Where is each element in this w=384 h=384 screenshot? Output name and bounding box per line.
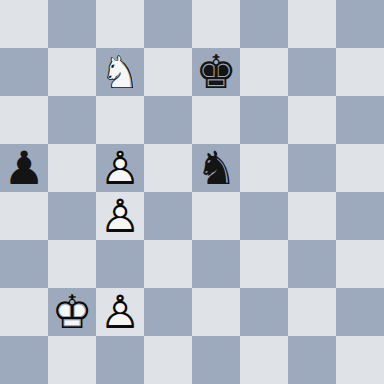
square-c7[interactable]: ♞♘ [96,48,144,96]
square-f5[interactable] [240,144,288,192]
square-e1[interactable] [192,336,240,384]
white-knight-icon: ♘ [96,48,144,96]
square-f4[interactable] [240,192,288,240]
square-f7[interactable] [240,48,288,96]
square-g6[interactable] [288,96,336,144]
square-d7[interactable] [144,48,192,96]
square-c2[interactable]: ♟♙ [96,288,144,336]
square-c3[interactable] [96,240,144,288]
white-pawn-icon: ♙ [96,192,144,240]
square-d3[interactable] [144,240,192,288]
square-a1[interactable] [0,336,48,384]
square-b6[interactable] [48,96,96,144]
square-f2[interactable] [240,288,288,336]
square-h5[interactable] [336,144,384,192]
square-b1[interactable] [48,336,96,384]
square-b3[interactable] [48,240,96,288]
white-knight-piece[interactable]: ♞♘ [96,48,144,96]
square-g8[interactable] [288,0,336,48]
square-g4[interactable] [288,192,336,240]
square-c6[interactable] [96,96,144,144]
square-b2[interactable]: ♚♔ [48,288,96,336]
square-d8[interactable] [144,0,192,48]
square-c1[interactable] [96,336,144,384]
square-e2[interactable] [192,288,240,336]
square-c5[interactable]: ♟♙ [96,144,144,192]
square-d1[interactable] [144,336,192,384]
square-h1[interactable] [336,336,384,384]
square-h2[interactable] [336,288,384,336]
black-pawn-piece[interactable]: ♟ [0,144,48,192]
square-a3[interactable] [0,240,48,288]
chess-board: ♞♘♚♟♟♙♞♟♙♚♔♟♙ [0,0,384,384]
square-b4[interactable] [48,192,96,240]
square-a8[interactable] [0,0,48,48]
square-d4[interactable] [144,192,192,240]
white-pawn-piece[interactable]: ♟♙ [96,288,144,336]
square-a4[interactable] [0,192,48,240]
square-b5[interactable] [48,144,96,192]
square-e3[interactable] [192,240,240,288]
white-king-piece[interactable]: ♚♔ [48,288,96,336]
square-a6[interactable] [0,96,48,144]
square-g2[interactable] [288,288,336,336]
square-f6[interactable] [240,96,288,144]
white-pawn-piece[interactable]: ♟♙ [96,192,144,240]
square-a7[interactable] [0,48,48,96]
black-king-icon: ♚ [192,48,240,96]
square-h6[interactable] [336,96,384,144]
square-d2[interactable] [144,288,192,336]
square-g3[interactable] [288,240,336,288]
white-king-icon: ♔ [48,288,96,336]
black-knight-piece[interactable]: ♞ [192,144,240,192]
black-pawn-icon: ♟ [0,144,48,192]
black-king-piece[interactable]: ♚ [192,48,240,96]
square-g1[interactable] [288,336,336,384]
square-a5[interactable]: ♟ [0,144,48,192]
square-d5[interactable] [144,144,192,192]
square-f8[interactable] [240,0,288,48]
white-pawn-icon: ♙ [96,144,144,192]
white-pawn-icon: ♙ [96,288,144,336]
square-c8[interactable] [96,0,144,48]
square-e6[interactable] [192,96,240,144]
white-pawn-piece[interactable]: ♟♙ [96,144,144,192]
square-e8[interactable] [192,0,240,48]
square-g5[interactable] [288,144,336,192]
square-h4[interactable] [336,192,384,240]
square-h7[interactable] [336,48,384,96]
square-a2[interactable] [0,288,48,336]
square-e5[interactable]: ♞ [192,144,240,192]
square-d6[interactable] [144,96,192,144]
square-e7[interactable]: ♚ [192,48,240,96]
square-e4[interactable] [192,192,240,240]
square-f1[interactable] [240,336,288,384]
square-h3[interactable] [336,240,384,288]
square-f3[interactable] [240,240,288,288]
square-b7[interactable] [48,48,96,96]
square-g7[interactable] [288,48,336,96]
square-h8[interactable] [336,0,384,48]
square-b8[interactable] [48,0,96,48]
square-c4[interactable]: ♟♙ [96,192,144,240]
black-knight-icon: ♞ [192,144,240,192]
